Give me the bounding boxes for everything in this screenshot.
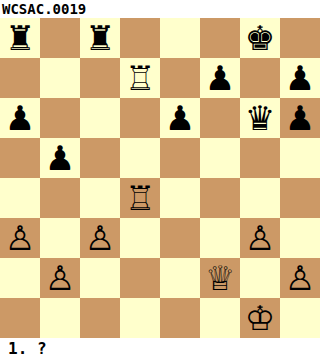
black-pawn-icon: ♟ (285, 58, 315, 98)
square-d8[interactable] (120, 18, 160, 58)
square-d6[interactable] (120, 98, 160, 138)
square-d3[interactable] (120, 218, 160, 258)
white-pawn-icon: ♙ (85, 218, 115, 258)
square-c2[interactable] (80, 258, 120, 298)
square-b2[interactable]: ♙ (40, 258, 80, 298)
square-c7[interactable] (80, 58, 120, 98)
square-g4[interactable] (240, 178, 280, 218)
white-pawn-icon: ♙ (285, 258, 315, 298)
square-b4[interactable] (40, 178, 80, 218)
square-e6[interactable]: ♟ (160, 98, 200, 138)
square-c6[interactable] (80, 98, 120, 138)
square-d5[interactable] (120, 138, 160, 178)
diagram-title: WCSAC.0019 (0, 0, 320, 18)
square-f1[interactable] (200, 298, 240, 338)
black-pawn-icon: ♟ (45, 138, 75, 178)
white-pawn-icon: ♙ (245, 218, 275, 258)
black-pawn-icon: ♟ (205, 58, 235, 98)
black-rook-icon: ♜ (5, 18, 35, 58)
white-pawn-icon: ♙ (45, 258, 75, 298)
square-c3[interactable]: ♙ (80, 218, 120, 258)
square-e2[interactable] (160, 258, 200, 298)
square-e7[interactable] (160, 58, 200, 98)
black-queen-icon: ♛ (245, 98, 275, 138)
square-h6[interactable]: ♟ (280, 98, 320, 138)
white-rook-icon: ♖ (125, 178, 155, 218)
square-g7[interactable] (240, 58, 280, 98)
square-g8[interactable]: ♚ (240, 18, 280, 58)
square-h3[interactable] (280, 218, 320, 258)
chess-diagram-page: WCSAC.0019 ♜♜♚♖♟♟♟♟♛♟♟♖♙♙♙♙♕♙♔ 1. ? (0, 0, 320, 360)
black-king-icon: ♚ (245, 18, 275, 58)
square-f4[interactable] (200, 178, 240, 218)
chess-board: ♜♜♚♖♟♟♟♟♛♟♟♖♙♙♙♙♕♙♔ (0, 18, 320, 338)
square-g6[interactable]: ♛ (240, 98, 280, 138)
square-e3[interactable] (160, 218, 200, 258)
square-a4[interactable] (0, 178, 40, 218)
square-h5[interactable] (280, 138, 320, 178)
square-f6[interactable] (200, 98, 240, 138)
move-prompt: 1. ? (0, 338, 320, 360)
black-rook-icon: ♜ (85, 18, 115, 58)
square-h2[interactable]: ♙ (280, 258, 320, 298)
square-d2[interactable] (120, 258, 160, 298)
black-pawn-icon: ♟ (285, 98, 315, 138)
square-g2[interactable] (240, 258, 280, 298)
square-h4[interactable] (280, 178, 320, 218)
square-e1[interactable] (160, 298, 200, 338)
square-d4[interactable]: ♖ (120, 178, 160, 218)
square-b3[interactable] (40, 218, 80, 258)
square-c5[interactable] (80, 138, 120, 178)
square-e5[interactable] (160, 138, 200, 178)
white-queen-icon: ♕ (205, 258, 235, 298)
square-a3[interactable]: ♙ (0, 218, 40, 258)
square-b1[interactable] (40, 298, 80, 338)
square-d1[interactable] (120, 298, 160, 338)
white-rook-icon: ♖ (125, 58, 155, 98)
square-g1[interactable]: ♔ (240, 298, 280, 338)
square-a8[interactable]: ♜ (0, 18, 40, 58)
square-f5[interactable] (200, 138, 240, 178)
square-c1[interactable] (80, 298, 120, 338)
square-g5[interactable] (240, 138, 280, 178)
white-pawn-icon: ♙ (5, 218, 35, 258)
square-c8[interactable]: ♜ (80, 18, 120, 58)
square-a5[interactable] (0, 138, 40, 178)
square-b8[interactable] (40, 18, 80, 58)
square-f3[interactable] (200, 218, 240, 258)
square-d7[interactable]: ♖ (120, 58, 160, 98)
square-b7[interactable] (40, 58, 80, 98)
square-g3[interactable]: ♙ (240, 218, 280, 258)
square-h1[interactable] (280, 298, 320, 338)
square-a2[interactable] (0, 258, 40, 298)
square-e4[interactable] (160, 178, 200, 218)
square-f7[interactable]: ♟ (200, 58, 240, 98)
square-h8[interactable] (280, 18, 320, 58)
square-a6[interactable]: ♟ (0, 98, 40, 138)
black-pawn-icon: ♟ (5, 98, 35, 138)
square-f2[interactable]: ♕ (200, 258, 240, 298)
white-king-icon: ♔ (245, 298, 275, 338)
square-h7[interactable]: ♟ (280, 58, 320, 98)
square-b5[interactable]: ♟ (40, 138, 80, 178)
square-b6[interactable] (40, 98, 80, 138)
square-c4[interactable] (80, 178, 120, 218)
square-f8[interactable] (200, 18, 240, 58)
square-a1[interactable] (0, 298, 40, 338)
square-a7[interactable] (0, 58, 40, 98)
square-e8[interactable] (160, 18, 200, 58)
black-pawn-icon: ♟ (165, 98, 195, 138)
